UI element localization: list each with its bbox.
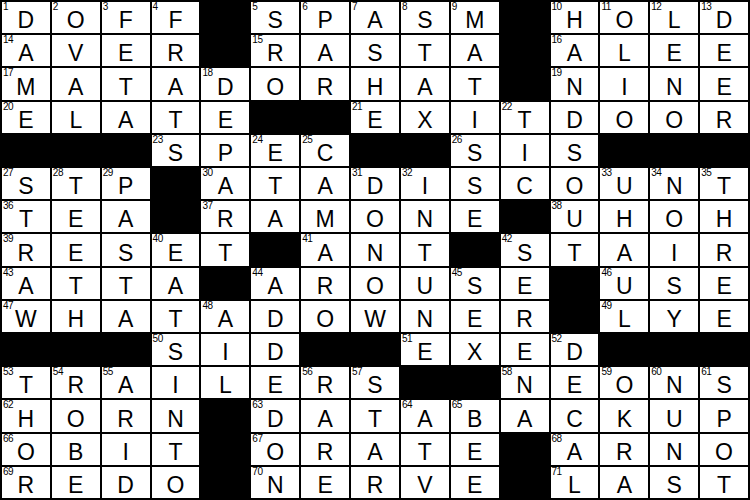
cell-r5c5[interactable]: P — [200, 134, 250, 167]
cell-r8c15[interactable]: R — [699, 233, 749, 266]
cell-r10c10[interactable]: E — [450, 300, 500, 333]
cell-r12c6[interactable]: E — [250, 366, 300, 399]
cell-letter: A — [102, 208, 150, 231]
cell-r13c6[interactable]: 63D — [250, 399, 300, 432]
cell-r14c15[interactable]: O — [699, 433, 749, 466]
cell-r5c4[interactable]: 23S — [151, 134, 201, 167]
cell-letter: A — [600, 474, 648, 497]
cell-r12c11[interactable]: 58N — [500, 366, 550, 399]
cell-letter: T — [152, 109, 200, 132]
cell-r12c8[interactable]: 57S — [350, 366, 400, 399]
cell-letter: O — [600, 109, 648, 132]
cell-r1c10[interactable]: 9M — [450, 1, 500, 34]
cell-r4c2[interactable]: L — [51, 101, 101, 134]
cell-r7c6[interactable]: A — [250, 200, 300, 233]
cell-r12c5[interactable]: L — [200, 366, 250, 399]
cell-letter: N — [351, 242, 399, 265]
cell-letter: A — [251, 275, 299, 298]
block-r14c5 — [200, 433, 250, 466]
cell-r13c1[interactable]: 62H — [1, 399, 51, 432]
cell-letter: S — [650, 474, 698, 497]
cell-letter: O — [2, 441, 50, 464]
cell-r2c9[interactable]: T — [400, 34, 450, 67]
cell-r5c11[interactable]: I — [500, 134, 550, 167]
cell-r10c15[interactable]: E — [699, 300, 749, 333]
cell-r6c11[interactable]: C — [500, 167, 550, 200]
cell-r6c13[interactable]: 33U — [599, 167, 649, 200]
cell-r2c15[interactable]: E — [699, 34, 749, 67]
cell-r1c9[interactable]: 8S — [400, 1, 450, 34]
cell-r7c5[interactable]: 37R — [200, 200, 250, 233]
cell-letter: L — [52, 109, 100, 132]
cell-letter: T — [201, 242, 249, 265]
cell-r7c8[interactable]: O — [350, 200, 400, 233]
cell-r10c3[interactable]: A — [101, 300, 151, 333]
block-r4c6 — [250, 101, 300, 134]
cell-letter: T — [2, 374, 50, 397]
cell-letter: W — [2, 308, 50, 331]
cell-r13c10[interactable]: 65B — [450, 399, 500, 432]
cell-r9c10[interactable]: 45S — [450, 267, 500, 300]
cell-letter: D — [551, 341, 599, 364]
cell-letter: N — [501, 374, 549, 397]
block-r10c12 — [550, 300, 600, 333]
cell-r9c13[interactable]: 46U — [599, 267, 649, 300]
cell-r8c11[interactable]: 42S — [500, 233, 550, 266]
cell-r4c13[interactable]: O — [599, 101, 649, 134]
cell-r3c9[interactable]: A — [400, 67, 450, 100]
cell-r3c7[interactable]: R — [300, 67, 350, 100]
cell-letter: I — [650, 242, 698, 265]
cell-r14c7[interactable]: R — [300, 433, 350, 466]
cell-letter: P — [301, 9, 349, 32]
cell-r12c13[interactable]: 59O — [599, 366, 649, 399]
cell-letter: B — [52, 441, 100, 464]
cell-letter: N — [152, 408, 200, 431]
cell-r7c7[interactable]: M — [300, 200, 350, 233]
cell-r1c2[interactable]: 2O — [51, 1, 101, 34]
block-r5c15 — [699, 134, 749, 167]
cell-r12c15[interactable]: 61S — [699, 366, 749, 399]
cell-r6c10[interactable]: S — [450, 167, 500, 200]
cell-r10c7[interactable]: O — [300, 300, 350, 333]
cell-r7c9[interactable]: N — [400, 200, 450, 233]
cell-letter: H — [2, 408, 50, 431]
cell-r7c14[interactable]: O — [649, 200, 699, 233]
cell-r15c14[interactable]: S — [649, 466, 699, 499]
cell-r15c10[interactable]: E — [450, 466, 500, 499]
cell-letter: A — [2, 275, 50, 298]
cell-letter: R — [700, 109, 748, 132]
cell-letter: D — [102, 474, 150, 497]
cell-letter: R — [152, 42, 200, 65]
cell-r6c7[interactable]: A — [300, 167, 350, 200]
cell-r14c12[interactable]: 68A — [550, 433, 600, 466]
cell-r1c12[interactable]: 10H — [550, 1, 600, 34]
cell-r8c8[interactable]: N — [350, 233, 400, 266]
cell-r4c15[interactable]: R — [699, 101, 749, 134]
cell-r15c8[interactable]: R — [350, 466, 400, 499]
cell-r9c2[interactable]: T — [51, 267, 101, 300]
cell-r12c7[interactable]: 56R — [300, 366, 350, 399]
cell-letter: T — [551, 242, 599, 265]
cell-r10c1[interactable]: 47W — [1, 300, 51, 333]
cell-r9c1[interactable]: 43A — [1, 267, 51, 300]
cell-r15c9[interactable]: V — [400, 466, 450, 499]
cell-letter: O — [351, 208, 399, 231]
cell-r8c9[interactable]: T — [400, 233, 450, 266]
cell-r11c5[interactable]: I — [200, 333, 250, 366]
cell-r5c7[interactable]: 25C — [300, 134, 350, 167]
cell-r3c3[interactable]: T — [101, 67, 151, 100]
cell-letter: H — [551, 9, 599, 32]
cell-r9c15[interactable]: E — [699, 267, 749, 300]
cell-letter: R — [301, 275, 349, 298]
cell-r8c5[interactable]: T — [200, 233, 250, 266]
cell-r1c8[interactable]: 7A — [350, 1, 400, 34]
cell-r1c4[interactable]: 4F — [151, 1, 201, 34]
cell-letter: R — [102, 408, 150, 431]
cell-r1c13[interactable]: 11O — [599, 1, 649, 34]
block-r5c2 — [51, 134, 101, 167]
cell-r4c5[interactable]: E — [200, 101, 250, 134]
cell-letter: E — [401, 341, 449, 364]
cell-letter: V — [52, 42, 100, 65]
cell-r10c11[interactable]: R — [500, 300, 550, 333]
cell-letter: E — [451, 308, 499, 331]
cell-letter: E — [501, 275, 549, 298]
cell-letter: A — [2, 42, 50, 65]
cell-letter: A — [102, 308, 150, 331]
cell-r13c14[interactable]: U — [649, 399, 699, 432]
cell-r14c14[interactable]: N — [649, 433, 699, 466]
cell-r3c6[interactable]: O — [250, 67, 300, 100]
cell-r6c1[interactable]: 27S — [1, 167, 51, 200]
cell-r2c6[interactable]: 15R — [250, 34, 300, 67]
cell-letter: E — [251, 142, 299, 165]
cell-r15c1[interactable]: 69R — [1, 466, 51, 499]
cell-r9c8[interactable]: O — [350, 267, 400, 300]
cell-r11c6[interactable]: D — [250, 333, 300, 366]
cell-letter: A — [600, 242, 648, 265]
block-r15c5 — [200, 466, 250, 499]
cell-r4c8[interactable]: 21E — [350, 101, 400, 134]
cell-r5c6[interactable]: 24E — [250, 134, 300, 167]
cell-letter: A — [251, 208, 299, 231]
cell-r8c2[interactable]: E — [51, 233, 101, 266]
cell-letter: E — [52, 208, 100, 231]
cell-r13c13[interactable]: K — [599, 399, 649, 432]
cell-r10c14[interactable]: Y — [649, 300, 699, 333]
cell-letter: E — [451, 474, 499, 497]
cell-letter: O — [650, 109, 698, 132]
cell-letter: D — [351, 175, 399, 198]
cell-r14c3[interactable]: I — [101, 433, 151, 466]
cell-r2c4[interactable]: R — [151, 34, 201, 67]
cell-r3c4[interactable]: A — [151, 67, 201, 100]
cell-r12c1[interactable]: 53T — [1, 366, 51, 399]
cell-r9c3[interactable]: T — [101, 267, 151, 300]
cell-r3c5[interactable]: 18D — [200, 67, 250, 100]
cell-letter: O — [152, 474, 200, 497]
cell-letter: U — [401, 275, 449, 298]
cell-letter: O — [650, 208, 698, 231]
cell-r15c6[interactable]: 70N — [250, 466, 300, 499]
cell-r4c9[interactable]: X — [400, 101, 450, 134]
cell-r10c2[interactable]: H — [51, 300, 101, 333]
cell-r2c10[interactable]: A — [450, 34, 500, 67]
cell-letter: A — [451, 42, 499, 65]
cell-letter: S — [451, 175, 499, 198]
cell-r3c15[interactable]: E — [699, 67, 749, 100]
cell-letter: S — [251, 9, 299, 32]
cell-r2c14[interactable]: E — [649, 34, 699, 67]
cell-r13c2[interactable]: O — [51, 399, 101, 432]
cell-r10c8[interactable]: W — [350, 300, 400, 333]
cell-r14c4[interactable]: T — [151, 433, 201, 466]
cell-letter: A — [351, 9, 399, 32]
cell-r13c3[interactable]: R — [101, 399, 151, 432]
cell-letter: S — [401, 9, 449, 32]
cell-letter: T — [152, 441, 200, 464]
block-r11c15 — [699, 333, 749, 366]
cell-r7c3[interactable]: A — [101, 200, 151, 233]
cell-letter: T — [700, 175, 748, 198]
cell-r2c3[interactable]: E — [101, 34, 151, 67]
cell-r8c3[interactable]: S — [101, 233, 151, 266]
cell-letter: O — [251, 76, 299, 99]
cell-r11c4[interactable]: 50S — [151, 333, 201, 366]
cell-letter: T — [501, 109, 549, 132]
cell-r13c4[interactable]: N — [151, 399, 201, 432]
cell-r1c14[interactable]: 12L — [649, 1, 699, 34]
cell-letter: E — [102, 42, 150, 65]
cell-r1c15[interactable]: 13D — [699, 1, 749, 34]
cell-r3c2[interactable]: A — [51, 67, 101, 100]
cell-r10c13[interactable]: 49L — [599, 300, 649, 333]
cell-r5c12[interactable]: S — [550, 134, 600, 167]
cell-r4c14[interactable]: O — [649, 101, 699, 134]
cell-r15c7[interactable]: E — [300, 466, 350, 499]
cell-r1c7[interactable]: 6P — [300, 1, 350, 34]
cell-r14c13[interactable]: R — [599, 433, 649, 466]
cell-r5c10[interactable]: 26S — [450, 134, 500, 167]
block-r11c2 — [51, 333, 101, 366]
cell-letter: P — [201, 142, 249, 165]
cell-r6c12[interactable]: O — [550, 167, 600, 200]
cell-r14c10[interactable]: E — [450, 433, 500, 466]
cell-r10c6[interactable]: D — [250, 300, 300, 333]
cell-letter: E — [52, 474, 100, 497]
cell-letter: H — [700, 208, 748, 231]
cell-letter: D — [251, 341, 299, 364]
cell-r3c8[interactable]: H — [350, 67, 400, 100]
cell-letter: D — [700, 9, 748, 32]
cell-r3c14[interactable]: N — [649, 67, 699, 100]
cell-letter: E — [451, 441, 499, 464]
cell-r12c12[interactable]: E — [550, 366, 600, 399]
cell-letter: N — [650, 175, 698, 198]
cell-r3c12[interactable]: 19N — [550, 67, 600, 100]
cell-letter: M — [2, 76, 50, 99]
cell-r15c15[interactable]: T — [699, 466, 749, 499]
cell-r14c1[interactable]: 66O — [1, 433, 51, 466]
cell-letter: M — [451, 9, 499, 32]
cell-letter: A — [551, 42, 599, 65]
cell-letter: I — [152, 374, 200, 397]
block-r5c9 — [400, 134, 450, 167]
cell-letter: S — [501, 242, 549, 265]
cell-r8c1[interactable]: 39R — [1, 233, 51, 266]
cell-r4c12[interactable]: D — [550, 101, 600, 134]
cell-r2c2[interactable]: V — [51, 34, 101, 67]
cell-letter: T — [251, 175, 299, 198]
cell-r10c4[interactable]: T — [151, 300, 201, 333]
cell-r8c4[interactable]: 40E — [151, 233, 201, 266]
cell-r13c7[interactable]: A — [300, 399, 350, 432]
cell-r1c1[interactable]: 1D — [1, 1, 51, 34]
cell-letter: H — [351, 76, 399, 99]
cell-letter: N — [401, 308, 449, 331]
cell-r13c12[interactable]: C — [550, 399, 600, 432]
cell-r12c14[interactable]: 60N — [649, 366, 699, 399]
cell-r9c6[interactable]: 44A — [250, 267, 300, 300]
cell-r14c9[interactable]: T — [400, 433, 450, 466]
cell-r14c8[interactable]: A — [350, 433, 400, 466]
cell-r3c10[interactable]: T — [450, 67, 500, 100]
cell-r2c13[interactable]: L — [599, 34, 649, 67]
cell-r6c5[interactable]: 30A — [200, 167, 250, 200]
cell-r6c15[interactable]: 35T — [699, 167, 749, 200]
cell-letter: O — [700, 441, 748, 464]
cell-r2c1[interactable]: 14A — [1, 34, 51, 67]
cell-r2c7[interactable]: A — [300, 34, 350, 67]
cell-letter: I — [451, 109, 499, 132]
cell-letter: L — [600, 42, 648, 65]
cell-r6c8[interactable]: 31D — [350, 167, 400, 200]
block-r2c11 — [500, 34, 550, 67]
cell-letter: I — [102, 441, 150, 464]
cell-letter: A — [152, 76, 200, 99]
cell-r7c2[interactable]: E — [51, 200, 101, 233]
cell-r7c10[interactable]: E — [450, 200, 500, 233]
cell-letter: N — [650, 441, 698, 464]
cell-r4c3[interactable]: A — [101, 101, 151, 134]
cell-r2c12[interactable]: 16A — [550, 34, 600, 67]
cell-r15c4[interactable]: O — [151, 466, 201, 499]
cell-r4c10[interactable]: I — [450, 101, 500, 134]
cell-r9c7[interactable]: R — [300, 267, 350, 300]
cell-r9c11[interactable]: E — [500, 267, 550, 300]
cell-r15c2[interactable]: E — [51, 466, 101, 499]
cell-r12c3[interactable]: 55A — [101, 366, 151, 399]
cell-r15c3[interactable]: D — [101, 466, 151, 499]
cell-r13c8[interactable]: T — [350, 399, 400, 432]
block-r11c14 — [649, 333, 699, 366]
block-r12c9 — [400, 366, 450, 399]
cell-letter: L — [650, 9, 698, 32]
cell-r15c12[interactable]: 71L — [550, 466, 600, 499]
cell-r1c6[interactable]: 5S — [250, 1, 300, 34]
cell-letter: B — [451, 408, 499, 431]
cell-r14c2[interactable]: B — [51, 433, 101, 466]
cell-r11c11[interactable]: E — [500, 333, 550, 366]
cell-letter: S — [152, 341, 200, 364]
cell-r4c1[interactable]: 20E — [1, 101, 51, 134]
cell-r1c3[interactable]: 3F — [101, 1, 151, 34]
cell-r14c6[interactable]: 67O — [250, 433, 300, 466]
cell-r8c14[interactable]: I — [649, 233, 699, 266]
cell-r12c2[interactable]: 54R — [51, 366, 101, 399]
cell-r13c11[interactable]: A — [500, 399, 550, 432]
cell-r4c4[interactable]: T — [151, 101, 201, 134]
cell-r7c1[interactable]: 36T — [1, 200, 51, 233]
block-r3c11 — [500, 67, 550, 100]
cell-letter: L — [600, 308, 648, 331]
cell-r13c15[interactable]: P — [699, 399, 749, 432]
cell-letter: U — [600, 275, 648, 298]
cell-letter: A — [401, 76, 449, 99]
cell-letter: O — [600, 374, 648, 397]
cell-r15c13[interactable]: A — [599, 466, 649, 499]
cell-letter: A — [501, 408, 549, 431]
block-r5c13 — [599, 134, 649, 167]
cell-letter: R — [700, 242, 748, 265]
cell-letter: M — [301, 208, 349, 231]
cell-r6c9[interactable]: 32I — [400, 167, 450, 200]
cell-r3c1[interactable]: 17M — [1, 67, 51, 100]
cell-r10c9[interactable]: N — [400, 300, 450, 333]
cell-r7c12[interactable]: 38U — [550, 200, 600, 233]
cell-letter: O — [600, 9, 648, 32]
cell-letter: T — [401, 441, 449, 464]
cell-r4c11[interactable]: 22T — [500, 101, 550, 134]
cell-letter: T — [351, 408, 399, 431]
cell-r6c6[interactable]: T — [250, 167, 300, 200]
cell-r9c14[interactable]: S — [649, 267, 699, 300]
cell-r6c2[interactable]: 28T — [51, 167, 101, 200]
block-r5c3 — [101, 134, 151, 167]
cell-r10c5[interactable]: 48A — [200, 300, 250, 333]
cell-letter: T — [2, 208, 50, 231]
cell-letter: K — [600, 408, 648, 431]
cell-r11c9[interactable]: 51E — [400, 333, 450, 366]
cell-letter: Y — [650, 308, 698, 331]
cell-letter: F — [102, 9, 150, 32]
cell-r7c13[interactable]: H — [599, 200, 649, 233]
cell-r2c8[interactable]: S — [350, 34, 400, 67]
cell-r8c12[interactable]: T — [550, 233, 600, 266]
cell-r11c12[interactable]: 52D — [550, 333, 600, 366]
cell-r12c4[interactable]: I — [151, 366, 201, 399]
block-r14c11 — [500, 433, 550, 466]
cell-letter: A — [201, 308, 249, 331]
cell-letter: S — [2, 175, 50, 198]
cell-r3c13[interactable]: I — [599, 67, 649, 100]
cell-letter: R — [600, 441, 648, 464]
cell-r6c14[interactable]: 34N — [649, 167, 699, 200]
cell-r8c13[interactable]: A — [599, 233, 649, 266]
cell-r9c9[interactable]: U — [400, 267, 450, 300]
cell-r7c15[interactable]: H — [699, 200, 749, 233]
cell-r8c7[interactable]: 41A — [300, 233, 350, 266]
cell-r11c10[interactable]: X — [450, 333, 500, 366]
cell-r13c9[interactable]: 64A — [400, 399, 450, 432]
cell-r6c3[interactable]: 29P — [101, 167, 151, 200]
cell-r9c4[interactable]: A — [151, 267, 201, 300]
block-r7c11 — [500, 200, 550, 233]
cell-letter: T — [52, 175, 100, 198]
